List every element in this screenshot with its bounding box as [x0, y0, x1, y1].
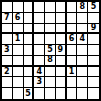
cell-r2c6[interactable] [56, 13, 67, 24]
cell-r7c2[interactable] [13, 67, 24, 78]
cell-r6c6[interactable] [56, 56, 67, 67]
cell-r2c5[interactable] [45, 13, 56, 24]
cell-r8c2[interactable] [13, 77, 24, 88]
cell-r3c4[interactable] [34, 24, 45, 35]
cell-r7c4[interactable]: 4 [34, 67, 45, 78]
cell-r1c7[interactable] [67, 2, 78, 13]
cell-r3c1[interactable] [2, 24, 13, 35]
cell-r2c4[interactable] [34, 13, 45, 24]
cell-r9c1[interactable] [2, 88, 13, 99]
cell-r9c2[interactable] [13, 88, 24, 99]
cell-r2c3[interactable] [24, 13, 35, 24]
cell-r9c5[interactable] [45, 88, 56, 99]
cell-r8c5[interactable] [45, 77, 56, 88]
cell-r3c3[interactable] [24, 24, 35, 35]
cell-r1c5[interactable] [45, 2, 56, 13]
cell-r3c2[interactable] [13, 24, 24, 35]
cell-r2c7[interactable] [67, 13, 78, 24]
cell-r6c9[interactable] [88, 56, 99, 67]
cell-r9c3[interactable]: 5 [24, 88, 35, 99]
cell-r4c6[interactable] [56, 34, 67, 45]
cell-r4c7[interactable]: 6 [67, 34, 78, 45]
cell-r7c8[interactable] [77, 67, 88, 78]
cell-r3c5[interactable] [45, 24, 56, 35]
cell-r5c8[interactable] [77, 45, 88, 56]
cell-r6c1[interactable] [2, 56, 13, 67]
cell-r1c3[interactable] [24, 2, 35, 13]
cell-r1c8[interactable]: 8 [77, 2, 88, 13]
cell-r2c8[interactable] [77, 13, 88, 24]
cell-r1c4[interactable] [34, 2, 45, 13]
cell-r9c4[interactable] [34, 88, 45, 99]
cell-r4c8[interactable]: 4 [77, 34, 88, 45]
cell-r1c1[interactable] [2, 2, 13, 13]
cell-r8c4[interactable]: 3 [34, 77, 45, 88]
cell-r7c6[interactable] [56, 67, 67, 78]
cell-r2c9[interactable] [88, 13, 99, 24]
cell-r6c2[interactable] [13, 56, 24, 67]
cell-r8c1[interactable] [2, 77, 13, 88]
cell-r8c7[interactable] [67, 77, 78, 88]
cell-r8c3[interactable] [24, 77, 35, 88]
cell-r5c7[interactable] [67, 45, 78, 56]
cell-r1c6[interactable] [56, 2, 67, 13]
cell-r2c1[interactable]: 7 [2, 13, 13, 24]
cell-r2c2[interactable]: 6 [13, 13, 24, 24]
cell-r3c9[interactable]: 9 [88, 24, 99, 35]
cell-r7c7[interactable]: 1 [67, 67, 78, 78]
cell-r4c2[interactable]: 1 [13, 34, 24, 45]
cell-r4c9[interactable] [88, 34, 99, 45]
sudoku-board: 85769164359824135 [0, 0, 101, 101]
cell-r6c3[interactable] [24, 56, 35, 67]
cell-r6c8[interactable] [77, 56, 88, 67]
cell-r6c4[interactable] [34, 56, 45, 67]
cell-r5c3[interactable] [24, 45, 35, 56]
cell-r6c7[interactable] [67, 56, 78, 67]
cell-r8c9[interactable] [88, 77, 99, 88]
cell-r7c5[interactable] [45, 67, 56, 78]
cell-r5c4[interactable] [34, 45, 45, 56]
cell-r3c7[interactable] [67, 24, 78, 35]
cell-r4c5[interactable] [45, 34, 56, 45]
cell-r9c8[interactable] [77, 88, 88, 99]
cell-r8c6[interactable] [56, 77, 67, 88]
cell-r1c9[interactable]: 5 [88, 2, 99, 13]
cell-r3c6[interactable] [56, 24, 67, 35]
cell-r5c5[interactable]: 5 [45, 45, 56, 56]
cell-r5c2[interactable] [13, 45, 24, 56]
cell-r5c9[interactable] [88, 45, 99, 56]
cell-r1c2[interactable] [13, 2, 24, 13]
cell-r4c3[interactable] [24, 34, 35, 45]
cell-r6c5[interactable]: 8 [45, 56, 56, 67]
cell-r9c6[interactable] [56, 88, 67, 99]
cell-r5c6[interactable]: 9 [56, 45, 67, 56]
cell-r9c7[interactable] [67, 88, 78, 99]
cell-r5c1[interactable]: 3 [2, 45, 13, 56]
cell-r7c3[interactable] [24, 67, 35, 78]
cell-r9c9[interactable] [88, 88, 99, 99]
cell-r3c8[interactable] [77, 24, 88, 35]
cell-r4c4[interactable] [34, 34, 45, 45]
cell-r7c9[interactable] [88, 67, 99, 78]
cell-r4c1[interactable] [2, 34, 13, 45]
cell-r8c8[interactable] [77, 77, 88, 88]
cell-r7c1[interactable]: 2 [2, 67, 13, 78]
